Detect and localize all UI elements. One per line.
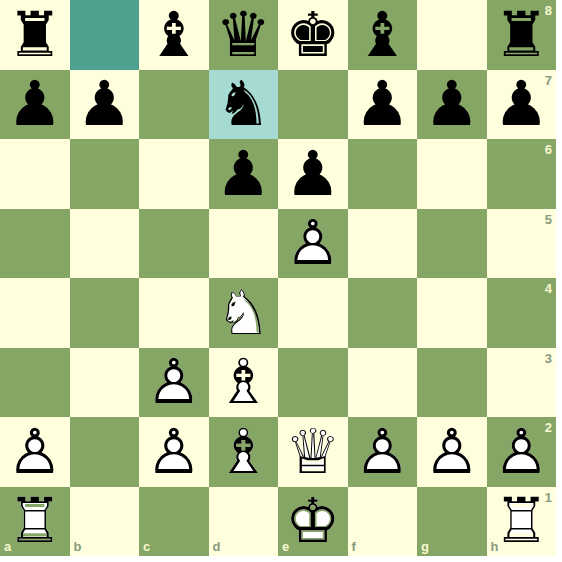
square-d6[interactable]: ♟: [209, 139, 279, 209]
rank-label-7: 7: [545, 73, 552, 88]
white-pawn-piece[interactable]: ♟♙: [139, 417, 209, 487]
white-bishop-piece[interactable]: ♝♗: [209, 348, 279, 418]
square-b4[interactable]: [70, 278, 140, 348]
file-label-g: g: [421, 539, 429, 554]
square-f6[interactable]: [348, 139, 418, 209]
square-e1[interactable]: ♚♔e: [278, 487, 348, 557]
square-e4[interactable]: [278, 278, 348, 348]
file-label-e: e: [282, 539, 289, 554]
square-f2[interactable]: ♟♙: [348, 417, 418, 487]
black-rook-piece[interactable]: ♜: [0, 0, 70, 70]
square-d3[interactable]: ♝♗: [209, 348, 279, 418]
square-d2[interactable]: ♝♗: [209, 417, 279, 487]
square-a1[interactable]: ♜♖a: [0, 487, 70, 557]
black-queen-piece[interactable]: ♛: [209, 0, 279, 70]
square-g8[interactable]: [417, 0, 487, 70]
piece-outline: ♙: [417, 417, 487, 487]
black-bishop-piece[interactable]: ♝: [348, 0, 418, 70]
square-e6[interactable]: ♟: [278, 139, 348, 209]
square-a7[interactable]: ♟: [0, 70, 70, 140]
square-c5[interactable]: [139, 209, 209, 279]
square-f1[interactable]: f: [348, 487, 418, 557]
square-g7[interactable]: ♟: [417, 70, 487, 140]
square-g6[interactable]: [417, 139, 487, 209]
square-b3[interactable]: [70, 348, 140, 418]
piece-outline: ♙: [278, 209, 348, 279]
rank-label-8: 8: [545, 3, 552, 18]
black-pawn-piece[interactable]: ♟: [278, 139, 348, 209]
file-label-d: d: [213, 539, 221, 554]
piece-outline: ♙: [0, 417, 70, 487]
square-h7[interactable]: ♟7: [487, 70, 557, 140]
square-b8[interactable]: [70, 0, 140, 70]
square-b2[interactable]: [70, 417, 140, 487]
square-c2[interactable]: ♟♙: [139, 417, 209, 487]
square-f8[interactable]: ♝: [348, 0, 418, 70]
file-label-b: b: [74, 539, 82, 554]
rank-label-4: 4: [545, 281, 552, 296]
piece-outline: ♙: [348, 417, 418, 487]
square-h6[interactable]: 6: [487, 139, 557, 209]
white-pawn-piece[interactable]: ♟♙: [139, 348, 209, 418]
chess-board: ♜♝♛♚♝♜8♟♟♞♟♟♟7♟♟6♟♙5♞♘4♟♙♝♗3♟♙♟♙♝♗♛♕♟♙♟♙…: [0, 0, 556, 556]
square-f7[interactable]: ♟: [348, 70, 418, 140]
square-h4[interactable]: 4: [487, 278, 557, 348]
white-bishop-piece[interactable]: ♝♗: [209, 417, 279, 487]
square-a2[interactable]: ♟♙: [0, 417, 70, 487]
black-pawn-piece[interactable]: ♟: [417, 70, 487, 140]
rank-label-1: 1: [545, 490, 552, 505]
square-e7[interactable]: [278, 70, 348, 140]
square-a3[interactable]: [0, 348, 70, 418]
square-d5[interactable]: [209, 209, 279, 279]
square-d1[interactable]: d: [209, 487, 279, 557]
square-a5[interactable]: [0, 209, 70, 279]
square-d7[interactable]: ♞: [209, 70, 279, 140]
black-pawn-piece[interactable]: ♟: [70, 70, 140, 140]
square-e3[interactable]: [278, 348, 348, 418]
square-h3[interactable]: 3: [487, 348, 557, 418]
rank-label-2: 2: [545, 420, 552, 435]
piece-outline: ♗: [209, 417, 279, 487]
square-g3[interactable]: [417, 348, 487, 418]
square-f5[interactable]: [348, 209, 418, 279]
square-a6[interactable]: [0, 139, 70, 209]
square-b1[interactable]: b: [70, 487, 140, 557]
square-b5[interactable]: [70, 209, 140, 279]
white-knight-piece[interactable]: ♞♘: [209, 278, 279, 348]
file-label-a: a: [4, 539, 11, 554]
file-label-h: h: [491, 539, 499, 554]
square-c7[interactable]: [139, 70, 209, 140]
white-pawn-piece[interactable]: ♟♙: [348, 417, 418, 487]
black-pawn-piece[interactable]: ♟: [0, 70, 70, 140]
piece-outline: ♗: [209, 348, 279, 418]
file-label-c: c: [143, 539, 150, 554]
square-b7[interactable]: ♟: [70, 70, 140, 140]
piece-outline: ♙: [139, 417, 209, 487]
square-e2[interactable]: ♛♕: [278, 417, 348, 487]
square-h2[interactable]: ♟♙2: [487, 417, 557, 487]
rank-label-5: 5: [545, 212, 552, 227]
square-a8[interactable]: ♜: [0, 0, 70, 70]
square-d4[interactable]: ♞♘: [209, 278, 279, 348]
square-h8[interactable]: ♜8: [487, 0, 557, 70]
square-g2[interactable]: ♟♙: [417, 417, 487, 487]
square-a4[interactable]: [0, 278, 70, 348]
square-e5[interactable]: ♟♙: [278, 209, 348, 279]
black-pawn-piece[interactable]: ♟: [209, 139, 279, 209]
file-label-f: f: [352, 539, 356, 554]
square-g4[interactable]: [417, 278, 487, 348]
black-king-piece[interactable]: ♚: [278, 0, 348, 70]
rank-label-3: 3: [545, 351, 552, 366]
white-pawn-piece[interactable]: ♟♙: [278, 209, 348, 279]
black-knight-piece[interactable]: ♞: [209, 70, 279, 140]
square-c3[interactable]: ♟♙: [139, 348, 209, 418]
square-c1[interactable]: c: [139, 487, 209, 557]
square-f4[interactable]: [348, 278, 418, 348]
white-queen-piece[interactable]: ♛♕: [278, 417, 348, 487]
square-g5[interactable]: [417, 209, 487, 279]
square-e8[interactable]: ♚: [278, 0, 348, 70]
piece-outline: ♙: [139, 348, 209, 418]
piece-outline: ♘: [209, 278, 279, 348]
rank-label-6: 6: [545, 142, 552, 157]
square-f3[interactable]: [348, 348, 418, 418]
square-d8[interactable]: ♛: [209, 0, 279, 70]
chess-app-page: ♜♝♛♚♝♜8♟♟♞♟♟♟7♟♟6♟♙5♞♘4♟♙♝♗3♟♙♟♙♝♗♛♕♟♙♟♙…: [0, 0, 562, 562]
square-h5[interactable]: 5: [487, 209, 557, 279]
square-g1[interactable]: g: [417, 487, 487, 557]
black-pawn-piece[interactable]: ♟: [348, 70, 418, 140]
piece-outline: ♕: [278, 417, 348, 487]
square-c4[interactable]: [139, 278, 209, 348]
square-c8[interactable]: ♝: [139, 0, 209, 70]
white-pawn-piece[interactable]: ♟♙: [0, 417, 70, 487]
black-bishop-piece[interactable]: ♝: [139, 0, 209, 70]
square-b6[interactable]: [70, 139, 140, 209]
square-c6[interactable]: [139, 139, 209, 209]
white-pawn-piece[interactable]: ♟♙: [417, 417, 487, 487]
square-h1[interactable]: ♜♖1h: [487, 487, 557, 557]
